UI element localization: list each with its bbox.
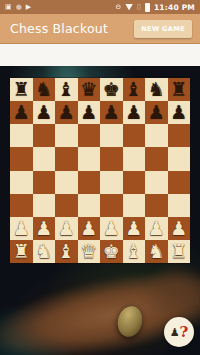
square-b2[interactable]: ♟ [33, 217, 56, 240]
square-d7[interactable]: ♟ [78, 101, 101, 124]
square-f2[interactable]: ♟ [123, 217, 146, 240]
square-d3[interactable] [78, 194, 101, 217]
square-a5[interactable] [10, 147, 33, 170]
screenshot-icon: ▣ [5, 0, 12, 14]
black-rook: ♜ [170, 80, 187, 99]
black-pawn: ♟ [125, 103, 142, 122]
chess-board[interactable]: ♜♞♝♛♚♝♞♜♟♟♟♟♟♟♟♟♟♟♟♟♟♟♟♟♜♞♝♛♚♝♞♜ [10, 78, 190, 263]
square-f4[interactable] [123, 171, 146, 194]
square-h3[interactable] [168, 194, 191, 217]
square-c2[interactable]: ♟ [55, 217, 78, 240]
sim-icon: ▯ [137, 0, 141, 14]
status-left-icons: ▣ ● ▶ [5, 0, 31, 14]
square-h2[interactable]: ♟ [168, 217, 191, 240]
black-knight: ♞ [148, 80, 165, 99]
square-f3[interactable] [123, 194, 146, 217]
battery-icon [145, 3, 150, 12]
dot-notification-icon: ● [16, 0, 22, 14]
white-pawn: ♟ [148, 219, 165, 238]
square-g2[interactable]: ♟ [145, 217, 168, 240]
square-g7[interactable]: ♟ [145, 101, 168, 124]
play-notification-icon: ▶ [26, 0, 31, 14]
square-b4[interactable] [33, 171, 56, 194]
black-pawn: ♟ [35, 103, 52, 122]
square-h4[interactable] [168, 171, 191, 194]
square-d8[interactable]: ♛ [78, 78, 101, 101]
white-rook: ♜ [170, 242, 187, 261]
square-g3[interactable] [145, 194, 168, 217]
square-c7[interactable]: ♟ [55, 101, 78, 124]
square-h8[interactable]: ♜ [168, 78, 191, 101]
square-f7[interactable]: ♟ [123, 101, 146, 124]
square-e6[interactable] [100, 124, 123, 147]
white-pawn: ♟ [35, 219, 52, 238]
square-a3[interactable] [10, 194, 33, 217]
square-a6[interactable] [10, 124, 33, 147]
app-bar: Chess Blackout NEW GAME [0, 14, 200, 44]
square-c8[interactable]: ♝ [55, 78, 78, 101]
black-rook: ♜ [13, 80, 30, 99]
square-g8[interactable]: ♞ [145, 78, 168, 101]
square-d5[interactable] [78, 147, 101, 170]
white-queen: ♛ [80, 242, 97, 261]
black-knight: ♞ [35, 80, 52, 99]
square-e5[interactable] [100, 147, 123, 170]
square-d1[interactable]: ♛ [78, 240, 101, 263]
square-a4[interactable] [10, 171, 33, 194]
black-pawn: ♟ [148, 103, 165, 122]
white-pawn: ♟ [58, 219, 75, 238]
square-c4[interactable] [55, 171, 78, 194]
square-a1[interactable]: ♜ [10, 240, 33, 263]
white-pawn: ♟ [170, 219, 187, 238]
question-mark: ? [180, 325, 189, 340]
black-pawn: ♟ [80, 103, 97, 122]
square-g4[interactable] [145, 171, 168, 194]
square-h1[interactable]: ♜ [168, 240, 191, 263]
square-f8[interactable]: ♝ [123, 78, 146, 101]
white-pawn: ♟ [13, 219, 30, 238]
pawn-icon: ♟ [170, 327, 180, 338]
white-pawn: ♟ [125, 219, 142, 238]
square-d6[interactable] [78, 124, 101, 147]
app-title: Chess Blackout [10, 21, 108, 36]
square-e4[interactable] [100, 171, 123, 194]
square-b1[interactable]: ♞ [33, 240, 56, 263]
black-pawn: ♟ [170, 103, 187, 122]
square-e8[interactable]: ♚ [100, 78, 123, 101]
square-f5[interactable] [123, 147, 146, 170]
square-c5[interactable] [55, 147, 78, 170]
square-c3[interactable] [55, 194, 78, 217]
black-bishop: ♝ [125, 80, 142, 99]
white-knight: ♞ [148, 242, 165, 261]
black-pawn: ♟ [58, 103, 75, 122]
status-bar: ▣ ● ▶ ⊖ ▯ 11:40 PM [0, 0, 200, 14]
square-d2[interactable]: ♟ [78, 217, 101, 240]
square-e7[interactable]: ♟ [100, 101, 123, 124]
black-queen: ♛ [80, 80, 97, 99]
square-e2[interactable]: ♟ [100, 217, 123, 240]
square-b3[interactable] [33, 194, 56, 217]
square-b7[interactable]: ♟ [33, 101, 56, 124]
do-not-disturb-icon: ⊖ [115, 0, 121, 14]
square-c6[interactable] [55, 124, 78, 147]
square-h6[interactable] [168, 124, 191, 147]
square-b6[interactable] [33, 124, 56, 147]
black-bishop: ♝ [58, 80, 75, 99]
square-f6[interactable] [123, 124, 146, 147]
white-rook: ♜ [13, 242, 30, 261]
black-king: ♚ [103, 80, 120, 99]
square-e1[interactable]: ♚ [100, 240, 123, 263]
phone-screen: ▣ ● ▶ ⊖ ▯ 11:40 PM Chess Blackout NEW GA… [0, 0, 200, 355]
black-pawn: ♟ [13, 103, 30, 122]
status-right-icons: ⊖ ▯ 11:40 PM [115, 0, 195, 14]
white-knight: ♞ [35, 242, 52, 261]
logo-badge[interactable]: ♟? [164, 317, 194, 347]
white-pawn: ♟ [103, 219, 120, 238]
white-pawn: ♟ [80, 219, 97, 238]
square-b8[interactable]: ♞ [33, 78, 56, 101]
square-d4[interactable] [78, 171, 101, 194]
black-pawn: ♟ [103, 103, 120, 122]
white-bishop: ♝ [58, 242, 75, 261]
square-b5[interactable] [33, 147, 56, 170]
square-a2[interactable]: ♟ [10, 217, 33, 240]
square-e3[interactable] [100, 194, 123, 217]
square-h5[interactable] [168, 147, 191, 170]
white-king: ♚ [103, 242, 120, 261]
new-game-button[interactable]: NEW GAME [134, 20, 192, 38]
status-time: 11:40 PM [154, 3, 195, 12]
square-a8[interactable]: ♜ [10, 78, 33, 101]
wifi-icon [125, 4, 133, 11]
square-h7[interactable]: ♟ [168, 101, 191, 124]
square-f1[interactable]: ♝ [123, 240, 146, 263]
content-area: ♜♞♝♛♚♝♞♜♟♟♟♟♟♟♟♟♟♟♟♟♟♟♟♟♜♞♝♛♚♝♞♜ ♟? [0, 44, 200, 355]
square-a7[interactable]: ♟ [10, 101, 33, 124]
square-g5[interactable] [145, 147, 168, 170]
square-g1[interactable]: ♞ [145, 240, 168, 263]
square-c1[interactable]: ♝ [55, 240, 78, 263]
square-g6[interactable] [145, 124, 168, 147]
white-bishop: ♝ [125, 242, 142, 261]
